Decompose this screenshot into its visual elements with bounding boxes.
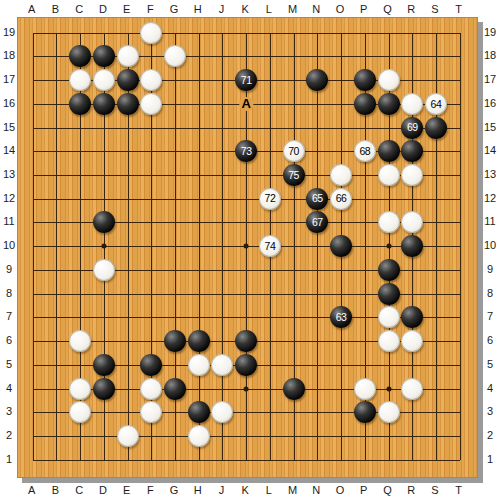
move-number: 75 bbox=[288, 170, 299, 181]
coordinate-label: B bbox=[52, 484, 59, 496]
coordinate-label: P bbox=[360, 484, 367, 496]
coordinate-label: F bbox=[147, 3, 154, 15]
move-number: 73 bbox=[241, 146, 252, 157]
stone-white[interactable] bbox=[93, 259, 115, 281]
coordinate-label: M bbox=[288, 484, 297, 496]
coordinate-label: E bbox=[123, 484, 130, 496]
coordinate-label: 5 bbox=[487, 358, 493, 370]
stone-black[interactable] bbox=[140, 354, 162, 376]
coordinate-label: 3 bbox=[6, 405, 12, 417]
stone-white[interactable] bbox=[117, 45, 139, 67]
move-number: 70 bbox=[288, 146, 299, 157]
coordinate-label: 15 bbox=[3, 121, 15, 133]
coordinate-label: 8 bbox=[6, 287, 12, 299]
move-number: 66 bbox=[336, 193, 347, 204]
stone-white[interactable] bbox=[378, 330, 400, 352]
coordinate-label: E bbox=[123, 3, 130, 15]
coordinate-label: C bbox=[75, 3, 83, 15]
coordinate-label: B bbox=[52, 3, 59, 15]
stone-black[interactable] bbox=[401, 306, 423, 328]
stone-white[interactable] bbox=[69, 69, 91, 91]
stone-black[interactable] bbox=[378, 93, 400, 115]
stone-black[interactable] bbox=[93, 354, 115, 376]
stone-white[interactable] bbox=[140, 69, 162, 91]
stone-white[interactable] bbox=[69, 401, 91, 423]
stone-black[interactable] bbox=[330, 235, 352, 257]
stone-black-move-67[interactable]: 67 bbox=[306, 211, 328, 233]
stone-white[interactable] bbox=[93, 69, 115, 91]
stone-black[interactable] bbox=[69, 93, 91, 115]
coordinate-label: 11 bbox=[3, 215, 14, 227]
star-point bbox=[101, 244, 106, 249]
coordinate-label: 7 bbox=[6, 310, 12, 322]
stone-white[interactable] bbox=[401, 164, 423, 186]
coordinate-label: Q bbox=[383, 484, 392, 496]
stone-black[interactable] bbox=[354, 69, 376, 91]
coordinate-label: 18 bbox=[3, 49, 15, 61]
coordinate-label: J bbox=[219, 484, 225, 496]
move-number: 68 bbox=[359, 146, 370, 157]
move-number: 72 bbox=[265, 193, 276, 204]
stone-black[interactable] bbox=[401, 140, 423, 162]
star-point bbox=[386, 386, 391, 391]
stone-white-move-66[interactable]: 66 bbox=[330, 188, 352, 210]
coordinate-label: F bbox=[147, 484, 154, 496]
stone-white[interactable] bbox=[117, 425, 139, 447]
coordinate-label: N bbox=[312, 3, 320, 15]
stone-black[interactable] bbox=[378, 259, 400, 281]
coordinate-label: 12 bbox=[3, 192, 15, 204]
stone-black[interactable] bbox=[235, 330, 257, 352]
coordinate-label: K bbox=[242, 484, 249, 496]
coordinate-label: 13 bbox=[3, 168, 15, 180]
grid-line bbox=[33, 460, 460, 461]
stone-white[interactable] bbox=[330, 164, 352, 186]
coordinate-label: R bbox=[407, 484, 415, 496]
stone-black[interactable] bbox=[93, 93, 115, 115]
stone-black[interactable] bbox=[188, 330, 210, 352]
coordinate-label: N bbox=[312, 484, 320, 496]
stone-white[interactable] bbox=[354, 378, 376, 400]
coordinate-label: 2 bbox=[6, 429, 12, 441]
stone-black[interactable] bbox=[283, 378, 305, 400]
stone-white[interactable] bbox=[188, 354, 210, 376]
stone-white[interactable] bbox=[211, 401, 233, 423]
stone-white[interactable] bbox=[378, 69, 400, 91]
coordinate-label: O bbox=[336, 484, 345, 496]
stone-black-move-73[interactable]: 73 bbox=[235, 140, 257, 162]
coordinate-label: T bbox=[455, 484, 462, 496]
coordinate-label: S bbox=[431, 3, 438, 15]
coordinate-label: R bbox=[407, 3, 415, 15]
coordinate-label: 10 bbox=[3, 239, 15, 251]
coordinate-label: 7 bbox=[487, 310, 493, 322]
go-board[interactable]: 71646973706875726566677463A bbox=[17, 17, 478, 478]
coordinate-label: 2 bbox=[487, 429, 493, 441]
coordinate-label: K bbox=[242, 3, 249, 15]
coordinate-label: G bbox=[170, 3, 179, 15]
stone-black-move-69[interactable]: 69 bbox=[401, 117, 423, 139]
stone-white[interactable] bbox=[378, 306, 400, 328]
coordinate-label: 17 bbox=[484, 73, 496, 85]
coordinate-label: 18 bbox=[484, 49, 496, 61]
stone-black[interactable] bbox=[93, 45, 115, 67]
coordinate-label: 14 bbox=[3, 144, 15, 156]
board-label-A: A bbox=[239, 97, 252, 111]
stone-black[interactable] bbox=[117, 69, 139, 91]
coordinate-label: 4 bbox=[6, 382, 12, 394]
coordinate-label: H bbox=[194, 484, 202, 496]
stone-white[interactable] bbox=[140, 22, 162, 44]
stone-black[interactable] bbox=[378, 283, 400, 305]
coordinate-label: 10 bbox=[484, 239, 496, 251]
coordinate-label: 16 bbox=[3, 97, 15, 109]
coordinate-label: J bbox=[219, 3, 225, 15]
stone-black[interactable] bbox=[425, 117, 447, 139]
coordinate-label: D bbox=[99, 484, 107, 496]
stone-black[interactable] bbox=[164, 330, 186, 352]
stone-black[interactable] bbox=[164, 378, 186, 400]
move-number: 63 bbox=[336, 312, 347, 323]
coordinate-label: A bbox=[28, 3, 35, 15]
stone-white[interactable] bbox=[140, 378, 162, 400]
stone-black[interactable] bbox=[93, 378, 115, 400]
stone-white[interactable] bbox=[378, 401, 400, 423]
move-number: 71 bbox=[241, 75, 252, 86]
coordinate-label: 11 bbox=[484, 215, 495, 227]
stone-white[interactable] bbox=[401, 93, 423, 115]
coordinate-label: 15 bbox=[484, 121, 496, 133]
stone-white[interactable] bbox=[211, 354, 233, 376]
star-point bbox=[244, 244, 249, 249]
coordinate-label: 3 bbox=[487, 405, 493, 417]
move-number: 74 bbox=[265, 241, 276, 252]
go-game-screen: ABCDEFGHJKLMNOPQRST ABCDEFGHJKLMNOPQRST … bbox=[0, 0, 500, 500]
coordinate-label: 8 bbox=[487, 287, 493, 299]
stone-black[interactable] bbox=[188, 401, 210, 423]
stone-white[interactable] bbox=[140, 93, 162, 115]
coordinate-label: 16 bbox=[484, 97, 496, 109]
coordinate-label: 6 bbox=[6, 334, 12, 346]
stone-black-move-71[interactable]: 71 bbox=[235, 69, 257, 91]
coordinate-label: 19 bbox=[3, 26, 15, 38]
coordinate-label: G bbox=[170, 484, 179, 496]
star-point bbox=[244, 386, 249, 391]
stone-white[interactable] bbox=[401, 330, 423, 352]
grid-line bbox=[460, 33, 461, 460]
move-number: 65 bbox=[312, 193, 323, 204]
coordinate-label: L bbox=[266, 484, 272, 496]
stone-black[interactable] bbox=[354, 401, 376, 423]
stone-white-move-68[interactable]: 68 bbox=[354, 140, 376, 162]
coordinate-label: A bbox=[28, 484, 35, 496]
coordinate-label: P bbox=[360, 3, 367, 15]
stone-white[interactable] bbox=[188, 425, 210, 447]
coordinate-label: 17 bbox=[3, 73, 15, 85]
coordinate-label: 6 bbox=[487, 334, 493, 346]
coordinate-label: H bbox=[194, 3, 202, 15]
stone-white[interactable] bbox=[378, 211, 400, 233]
stone-black[interactable] bbox=[69, 45, 91, 67]
stone-white[interactable] bbox=[401, 378, 423, 400]
coordinate-label: 19 bbox=[484, 26, 496, 38]
coordinate-label: C bbox=[75, 484, 83, 496]
stone-white[interactable] bbox=[401, 211, 423, 233]
stone-white-move-64[interactable]: 64 bbox=[425, 93, 447, 115]
coordinate-label: M bbox=[288, 3, 297, 15]
stone-black-move-65[interactable]: 65 bbox=[306, 188, 328, 210]
coordinate-label: S bbox=[431, 484, 438, 496]
coordinate-label: D bbox=[99, 3, 107, 15]
coordinate-label: 4 bbox=[487, 382, 493, 394]
stone-black[interactable] bbox=[93, 211, 115, 233]
coordinate-label: L bbox=[266, 3, 272, 15]
grid-line bbox=[33, 436, 460, 437]
stone-black[interactable] bbox=[117, 93, 139, 115]
stone-white-move-72[interactable]: 72 bbox=[259, 188, 281, 210]
stone-black[interactable] bbox=[354, 93, 376, 115]
coordinate-label: 1 bbox=[487, 453, 493, 465]
coordinate-label: T bbox=[455, 3, 462, 15]
move-number: 64 bbox=[431, 99, 442, 110]
move-number: 69 bbox=[407, 122, 418, 133]
stone-white[interactable] bbox=[140, 401, 162, 423]
grid-line bbox=[317, 33, 318, 460]
stone-black-move-63[interactable]: 63 bbox=[330, 306, 352, 328]
coordinate-label: O bbox=[336, 3, 345, 15]
stone-black[interactable] bbox=[306, 69, 328, 91]
coordinate-label: 13 bbox=[484, 168, 496, 180]
coordinate-label: 9 bbox=[487, 263, 493, 275]
stone-white[interactable] bbox=[164, 45, 186, 67]
stone-black[interactable] bbox=[378, 140, 400, 162]
stone-white[interactable] bbox=[378, 164, 400, 186]
stone-white-move-70[interactable]: 70 bbox=[283, 140, 305, 162]
move-number: 67 bbox=[312, 217, 323, 228]
coordinate-label: 9 bbox=[6, 263, 12, 275]
stone-black[interactable] bbox=[401, 235, 423, 257]
stone-white[interactable] bbox=[69, 330, 91, 352]
stone-white-move-74[interactable]: 74 bbox=[259, 235, 281, 257]
coordinate-label: 1 bbox=[6, 453, 12, 465]
stone-black-move-75[interactable]: 75 bbox=[283, 164, 305, 186]
stone-white[interactable] bbox=[69, 378, 91, 400]
coordinate-label: Q bbox=[383, 3, 392, 15]
star-point bbox=[386, 244, 391, 249]
coordinate-label: 5 bbox=[6, 358, 12, 370]
stone-black[interactable] bbox=[235, 354, 257, 376]
coordinate-label: 12 bbox=[484, 192, 496, 204]
coordinate-label: 14 bbox=[484, 144, 496, 156]
